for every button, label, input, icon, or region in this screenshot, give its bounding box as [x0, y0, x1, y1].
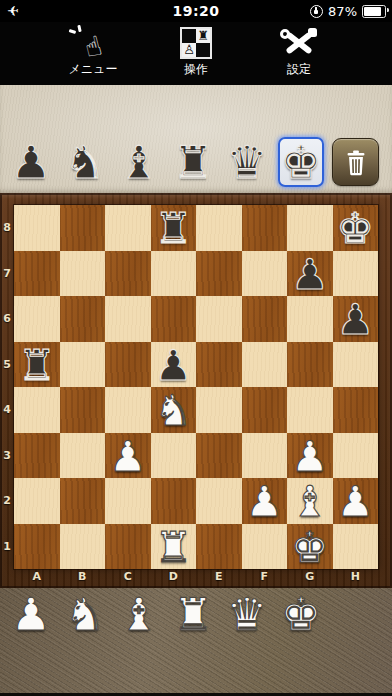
square-a7[interactable]: [14, 251, 60, 297]
square-c4[interactable]: [105, 387, 151, 433]
square-f1[interactable]: [242, 524, 288, 570]
square-d6[interactable]: [151, 296, 197, 342]
black-rook-icon: ♜: [170, 137, 216, 187]
chess-board: ♜♚♟♟♜♟♞♟♟♟♝♟♜♚ 87654321ABCDEFGH: [0, 193, 392, 588]
square-d3[interactable]: [151, 433, 197, 479]
square-d8[interactable]: ♜: [151, 205, 197, 251]
rank-label-1: 1: [0, 524, 14, 570]
rank-label-8: 8: [0, 205, 14, 251]
palette-white-rook[interactable]: ♜: [170, 588, 216, 638]
white-pawn-icon[interactable]: ♟: [333, 478, 379, 524]
black-king-icon: ♚: [281, 139, 322, 184]
trash-button[interactable]: [332, 137, 378, 187]
toolbar: ☝ メニュー ♜ ♙ 操作 設定: [0, 22, 392, 85]
square-g5[interactable]: [287, 342, 333, 388]
square-b5[interactable]: [60, 342, 106, 388]
square-c2[interactable]: [105, 478, 151, 524]
app-screen: ✈ 19:20 87% ☝ メニュー ♜ ♙ 操作: [0, 0, 392, 696]
square-e8[interactable]: [196, 205, 242, 251]
square-d1[interactable]: ♜: [151, 524, 197, 570]
black-pawn-icon: ♟: [8, 137, 54, 187]
white-bishop-icon: ♝: [116, 588, 162, 638]
square-d2[interactable]: [151, 478, 197, 524]
white-piece-palette-row: ♟♞♝♜♛♚: [8, 588, 324, 638]
square-g2[interactable]: ♝: [287, 478, 333, 524]
palette-black-king-selected[interactable]: ♚: [278, 137, 324, 187]
file-label-a: A: [14, 568, 60, 586]
square-h1[interactable]: [333, 524, 379, 570]
square-d5[interactable]: ♟: [151, 342, 197, 388]
file-label-e: E: [196, 568, 242, 586]
square-g6[interactable]: [287, 296, 333, 342]
square-e6[interactable]: [196, 296, 242, 342]
black-pawn-icon[interactable]: ♟: [151, 342, 197, 388]
operation-button-label: 操作: [141, 62, 251, 76]
white-pawn-icon: ♟: [8, 588, 54, 638]
tap-hand-icon: ☝: [38, 24, 148, 62]
square-e7[interactable]: [196, 251, 242, 297]
square-a6[interactable]: [14, 296, 60, 342]
rank-label-5: 5: [0, 342, 14, 388]
rank-label-7: 7: [0, 251, 14, 297]
square-f3[interactable]: [242, 433, 288, 479]
palette-white-queen[interactable]: ♛: [224, 588, 270, 638]
square-c6[interactable]: [105, 296, 151, 342]
square-e2[interactable]: [196, 478, 242, 524]
rank-label-4: 4: [0, 387, 14, 433]
square-d7[interactable]: [151, 251, 197, 297]
black-piece-palette: ♟♞♝♜♛♚: [0, 85, 392, 193]
square-h8[interactable]: ♚: [333, 205, 379, 251]
square-c5[interactable]: [105, 342, 151, 388]
square-f8[interactable]: [242, 205, 288, 251]
white-pawn-icon[interactable]: ♟: [287, 433, 333, 479]
white-knight-icon: ♞: [62, 588, 108, 638]
palette-white-pawn[interactable]: ♟: [8, 588, 54, 638]
black-pawn-icon[interactable]: ♟: [333, 296, 379, 342]
file-label-d: D: [151, 568, 197, 586]
black-queen-icon: ♛: [224, 137, 270, 187]
white-king-icon: ♚: [278, 588, 324, 638]
black-pawn-icon[interactable]: ♟: [287, 251, 333, 297]
file-label-f: F: [242, 568, 288, 586]
square-g7[interactable]: ♟: [287, 251, 333, 297]
file-label-g: G: [287, 568, 333, 586]
square-f7[interactable]: [242, 251, 288, 297]
status-right-cluster: 87%: [310, 3, 386, 19]
file-label-c: C: [105, 568, 151, 586]
square-e1[interactable]: [196, 524, 242, 570]
menu-button[interactable]: ☝ メニュー: [38, 24, 148, 84]
square-f2[interactable]: ♟: [242, 478, 288, 524]
square-e3[interactable]: [196, 433, 242, 479]
square-h4[interactable]: [333, 387, 379, 433]
white-pawn-icon[interactable]: ♟: [242, 478, 288, 524]
crossed-tools-icon: [244, 24, 354, 62]
square-c1[interactable]: [105, 524, 151, 570]
white-bishop-icon[interactable]: ♝: [287, 478, 333, 524]
white-rook-icon: ♜: [170, 588, 216, 638]
status-bar: ✈ 19:20 87%: [0, 0, 392, 22]
battery-percent: 87%: [328, 4, 357, 19]
square-h7[interactable]: [333, 251, 379, 297]
square-b1[interactable]: [60, 524, 106, 570]
square-a8[interactable]: [14, 205, 60, 251]
square-a4[interactable]: [14, 387, 60, 433]
square-b8[interactable]: [60, 205, 106, 251]
palette-black-knight[interactable]: ♞: [62, 137, 108, 187]
palette-black-bishop[interactable]: ♝: [116, 137, 162, 187]
palette-black-pawn[interactable]: ♟: [8, 137, 54, 187]
square-h2[interactable]: ♟: [333, 478, 379, 524]
palette-black-queen[interactable]: ♛: [224, 137, 270, 187]
file-label-h: H: [333, 568, 379, 586]
square-b3[interactable]: [60, 433, 106, 479]
rank-label-3: 3: [0, 433, 14, 479]
square-e4[interactable]: [196, 387, 242, 433]
square-g4[interactable]: [287, 387, 333, 433]
square-g3[interactable]: ♟: [287, 433, 333, 479]
white-queen-icon: ♛: [224, 588, 270, 638]
black-king-icon[interactable]: ♚: [333, 205, 379, 251]
square-h6[interactable]: ♟: [333, 296, 379, 342]
square-h3[interactable]: [333, 433, 379, 479]
square-c8[interactable]: [105, 205, 151, 251]
black-knight-icon: ♞: [62, 137, 108, 187]
mini-chessboard-icon: ♜ ♙: [141, 24, 251, 62]
black-piece-palette-row: ♟♞♝♜♛♚: [8, 137, 378, 187]
rank-label-2: 2: [0, 478, 14, 524]
white-king-icon[interactable]: ♚: [287, 524, 333, 570]
square-b4[interactable]: [60, 387, 106, 433]
black-rook-icon[interactable]: ♜: [14, 342, 60, 388]
square-b2[interactable]: [60, 478, 106, 524]
white-knight-icon[interactable]: ♞: [151, 387, 197, 433]
rank-label-6: 6: [0, 296, 14, 342]
square-f5[interactable]: [242, 342, 288, 388]
black-rook-icon[interactable]: ♜: [151, 205, 197, 251]
palette-white-king[interactable]: ♚: [278, 588, 324, 638]
battery-icon: [362, 5, 386, 18]
settings-button[interactable]: 設定: [244, 24, 354, 84]
square-e5[interactable]: [196, 342, 242, 388]
trash-icon: [332, 138, 379, 186]
menu-button-label: メニュー: [38, 62, 148, 76]
operation-button[interactable]: ♜ ♙ 操作: [141, 24, 251, 84]
palette-white-bishop[interactable]: ♝: [116, 588, 162, 638]
square-a5[interactable]: ♜: [14, 342, 60, 388]
palette-white-knight[interactable]: ♞: [62, 588, 108, 638]
square-a2[interactable]: [14, 478, 60, 524]
white-pawn-icon[interactable]: ♟: [105, 433, 151, 479]
square-b7[interactable]: [60, 251, 106, 297]
black-bishop-icon: ♝: [116, 137, 162, 187]
board-squares: ♜♚♟♟♜♟♞♟♟♟♝♟♜♚: [14, 205, 378, 569]
white-rook-icon[interactable]: ♜: [151, 524, 197, 570]
square-h5[interactable]: [333, 342, 379, 388]
settings-button-label: 設定: [244, 62, 354, 76]
palette-black-rook[interactable]: ♜: [170, 137, 216, 187]
white-piece-palette: ♟♞♝♜♛♚: [0, 588, 392, 696]
square-g1[interactable]: ♚: [287, 524, 333, 570]
square-f4[interactable]: [242, 387, 288, 433]
square-c7[interactable]: [105, 251, 151, 297]
square-a3[interactable]: [14, 433, 60, 479]
square-b6[interactable]: [60, 296, 106, 342]
square-d4[interactable]: ♞: [151, 387, 197, 433]
square-f6[interactable]: [242, 296, 288, 342]
square-c3[interactable]: ♟: [105, 433, 151, 479]
file-label-b: B: [60, 568, 106, 586]
square-g8[interactable]: [287, 205, 333, 251]
orientation-lock-icon: [310, 5, 323, 18]
square-a1[interactable]: [14, 524, 60, 570]
